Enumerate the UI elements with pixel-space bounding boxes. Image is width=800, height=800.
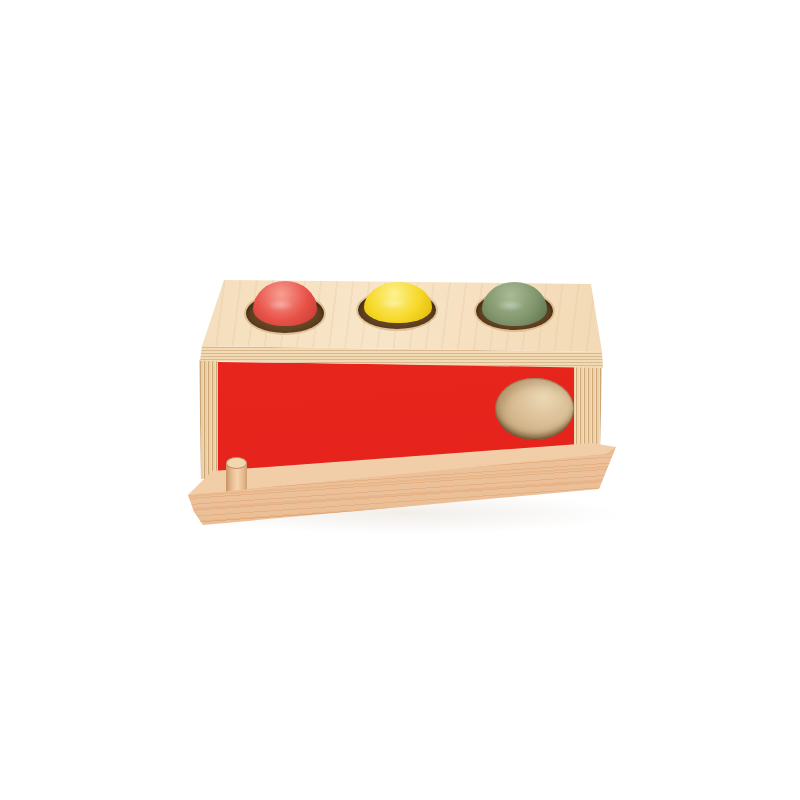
product-photo [0, 0, 800, 800]
front-panel-red [0, 0, 800, 800]
ball-exit-hole [495, 378, 574, 440]
wooden-peg-top [226, 457, 247, 469]
